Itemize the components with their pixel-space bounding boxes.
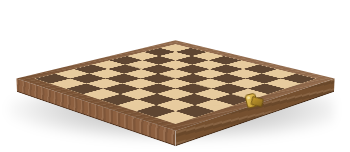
chess-set-photo: ♜♞♝♛♚♝♞♜♟♟♟♟♟♟♟♟♝♛♚♝♞♜♟♟♟♟♟♞♜♟♟♟	[0, 0, 350, 152]
